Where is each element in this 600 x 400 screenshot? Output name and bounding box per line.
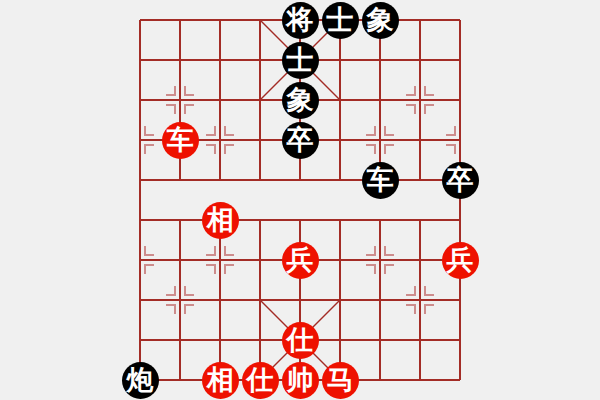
piece-black-elephant[interactable]: 象 <box>362 2 399 39</box>
piece-black-advisor[interactable]: 士 <box>282 42 319 79</box>
piece-black-chariot[interactable]: 车 <box>362 162 399 199</box>
xiangqi-board[interactable]: 将士象士象卒车卒炮车相兵兵仕相仕帅马 <box>0 0 600 400</box>
piece-black-advisor[interactable]: 士 <box>322 2 359 39</box>
piece-black-cannon[interactable]: 炮 <box>122 362 159 399</box>
piece-black-elephant[interactable]: 象 <box>282 82 319 119</box>
piece-black-soldier[interactable]: 卒 <box>282 122 319 159</box>
piece-red-elephant[interactable]: 相 <box>202 362 239 399</box>
pieces-layer: 将士象士象卒车卒炮车相兵兵仕相仕帅马 <box>120 0 480 400</box>
piece-red-advisor[interactable]: 仕 <box>282 322 319 359</box>
piece-black-general[interactable]: 将 <box>282 2 319 39</box>
xiangqi-app: 将士象士象卒车卒炮车相兵兵仕相仕帅马 <box>0 0 600 400</box>
piece-red-soldier[interactable]: 兵 <box>442 242 479 279</box>
piece-red-general[interactable]: 帅 <box>282 362 319 399</box>
piece-red-elephant[interactable]: 相 <box>202 202 239 239</box>
piece-red-chariot[interactable]: 车 <box>162 122 199 159</box>
piece-red-advisor[interactable]: 仕 <box>242 362 279 399</box>
piece-red-soldier[interactable]: 兵 <box>282 242 319 279</box>
piece-red-horse[interactable]: 马 <box>322 362 359 399</box>
piece-black-soldier[interactable]: 卒 <box>442 162 479 199</box>
